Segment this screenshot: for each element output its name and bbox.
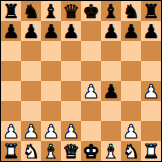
black-pawn-piece: ♟ — [142, 21, 159, 41]
black-pawn-piece: ♟ — [102, 81, 119, 101]
square-e3[interactable] — [81, 101, 101, 121]
square-a3[interactable] — [1, 101, 21, 121]
square-d5[interactable] — [61, 61, 81, 81]
white-bishop-piece: ♝ — [102, 141, 119, 161]
square-b3[interactable] — [21, 101, 41, 121]
square-a8[interactable]: ♜ — [1, 1, 21, 21]
square-b1[interactable]: ♞ — [21, 141, 41, 161]
square-e2[interactable] — [81, 121, 101, 141]
white-rook-piece: ♜ — [142, 141, 159, 161]
square-c8[interactable]: ♝ — [41, 1, 61, 21]
square-c2[interactable]: ♟ — [41, 121, 61, 141]
square-g7[interactable]: ♟ — [121, 21, 141, 41]
white-knight-piece: ♞ — [122, 141, 139, 161]
black-knight-piece: ♞ — [22, 1, 39, 21]
square-b8[interactable]: ♞ — [21, 1, 41, 21]
square-f4[interactable]: ♟ — [101, 81, 121, 101]
black-pawn-piece: ♟ — [122, 21, 139, 41]
square-h5[interactable] — [141, 61, 161, 81]
square-d6[interactable] — [61, 41, 81, 61]
white-pawn-piece: ♟ — [22, 121, 39, 141]
square-d2[interactable]: ♟ — [61, 121, 81, 141]
square-h8[interactable]: ♜ — [141, 1, 161, 21]
square-c1[interactable]: ♝ — [41, 141, 61, 161]
square-d1[interactable]: ♛ — [61, 141, 81, 161]
square-b2[interactable]: ♟ — [21, 121, 41, 141]
black-king-piece: ♚ — [82, 1, 99, 21]
square-d3[interactable] — [61, 101, 81, 121]
chess-board-frame: ♜♞♝♛♚♝♞♜♟♟♟♟♟♟♟♟♟♟♟♟♟♟♟♜♞♝♛♚♝♞♜ — [0, 0, 162, 162]
square-c4[interactable] — [41, 81, 61, 101]
black-rook-piece: ♜ — [142, 1, 159, 21]
square-h3[interactable] — [141, 101, 161, 121]
black-pawn-piece: ♟ — [102, 21, 119, 41]
square-e1[interactable]: ♚ — [81, 141, 101, 161]
square-h7[interactable]: ♟ — [141, 21, 161, 41]
square-e4[interactable]: ♟ — [81, 81, 101, 101]
square-g3[interactable] — [121, 101, 141, 121]
white-pawn-piece: ♟ — [42, 121, 59, 141]
square-f1[interactable]: ♝ — [101, 141, 121, 161]
square-b4[interactable] — [21, 81, 41, 101]
square-f2[interactable] — [101, 121, 121, 141]
white-knight-piece: ♞ — [22, 141, 39, 161]
square-e5[interactable] — [81, 61, 101, 81]
square-g6[interactable] — [121, 41, 141, 61]
square-c6[interactable] — [41, 41, 61, 61]
white-rook-piece: ♜ — [2, 141, 19, 161]
square-h2[interactable] — [141, 121, 161, 141]
square-b7[interactable]: ♟ — [21, 21, 41, 41]
black-pawn-piece: ♟ — [22, 21, 39, 41]
black-pawn-piece: ♟ — [62, 21, 79, 41]
square-a1[interactable]: ♜ — [1, 141, 21, 161]
square-a6[interactable] — [1, 41, 21, 61]
square-a5[interactable] — [1, 61, 21, 81]
square-f6[interactable] — [101, 41, 121, 61]
black-pawn-piece: ♟ — [2, 21, 19, 41]
white-king-piece: ♚ — [82, 141, 99, 161]
black-bishop-piece: ♝ — [42, 1, 59, 21]
square-h4[interactable]: ♟ — [141, 81, 161, 101]
black-bishop-piece: ♝ — [102, 1, 119, 21]
square-h6[interactable] — [141, 41, 161, 61]
white-queen-piece: ♛ — [62, 141, 79, 161]
black-pawn-piece: ♟ — [42, 21, 59, 41]
black-knight-piece: ♞ — [122, 1, 139, 21]
black-rook-piece: ♜ — [2, 1, 19, 21]
square-e8[interactable]: ♚ — [81, 1, 101, 21]
white-pawn-piece: ♟ — [122, 121, 139, 141]
square-b5[interactable] — [21, 61, 41, 81]
square-d8[interactable]: ♛ — [61, 1, 81, 21]
square-g1[interactable]: ♞ — [121, 141, 141, 161]
square-b6[interactable] — [21, 41, 41, 61]
square-f5[interactable] — [101, 61, 121, 81]
square-f7[interactable]: ♟ — [101, 21, 121, 41]
white-pawn-piece: ♟ — [62, 121, 79, 141]
chess-board: ♜♞♝♛♚♝♞♜♟♟♟♟♟♟♟♟♟♟♟♟♟♟♟♜♞♝♛♚♝♞♜ — [1, 1, 161, 161]
white-pawn-piece: ♟ — [2, 121, 19, 141]
square-g8[interactable]: ♞ — [121, 1, 141, 21]
white-bishop-piece: ♝ — [42, 141, 59, 161]
square-e7[interactable] — [81, 21, 101, 41]
white-pawn-piece: ♟ — [142, 81, 159, 101]
square-h1[interactable]: ♜ — [141, 141, 161, 161]
square-c5[interactable] — [41, 61, 61, 81]
square-g2[interactable]: ♟ — [121, 121, 141, 141]
white-pawn-piece: ♟ — [82, 81, 99, 101]
square-f3[interactable] — [101, 101, 121, 121]
square-e6[interactable] — [81, 41, 101, 61]
black-queen-piece: ♛ — [62, 1, 79, 21]
square-a7[interactable]: ♟ — [1, 21, 21, 41]
square-d7[interactable]: ♟ — [61, 21, 81, 41]
square-f8[interactable]: ♝ — [101, 1, 121, 21]
square-c3[interactable] — [41, 101, 61, 121]
square-a2[interactable]: ♟ — [1, 121, 21, 141]
square-g5[interactable] — [121, 61, 141, 81]
square-c7[interactable]: ♟ — [41, 21, 61, 41]
square-g4[interactable] — [121, 81, 141, 101]
square-a4[interactable] — [1, 81, 21, 101]
square-d4[interactable] — [61, 81, 81, 101]
